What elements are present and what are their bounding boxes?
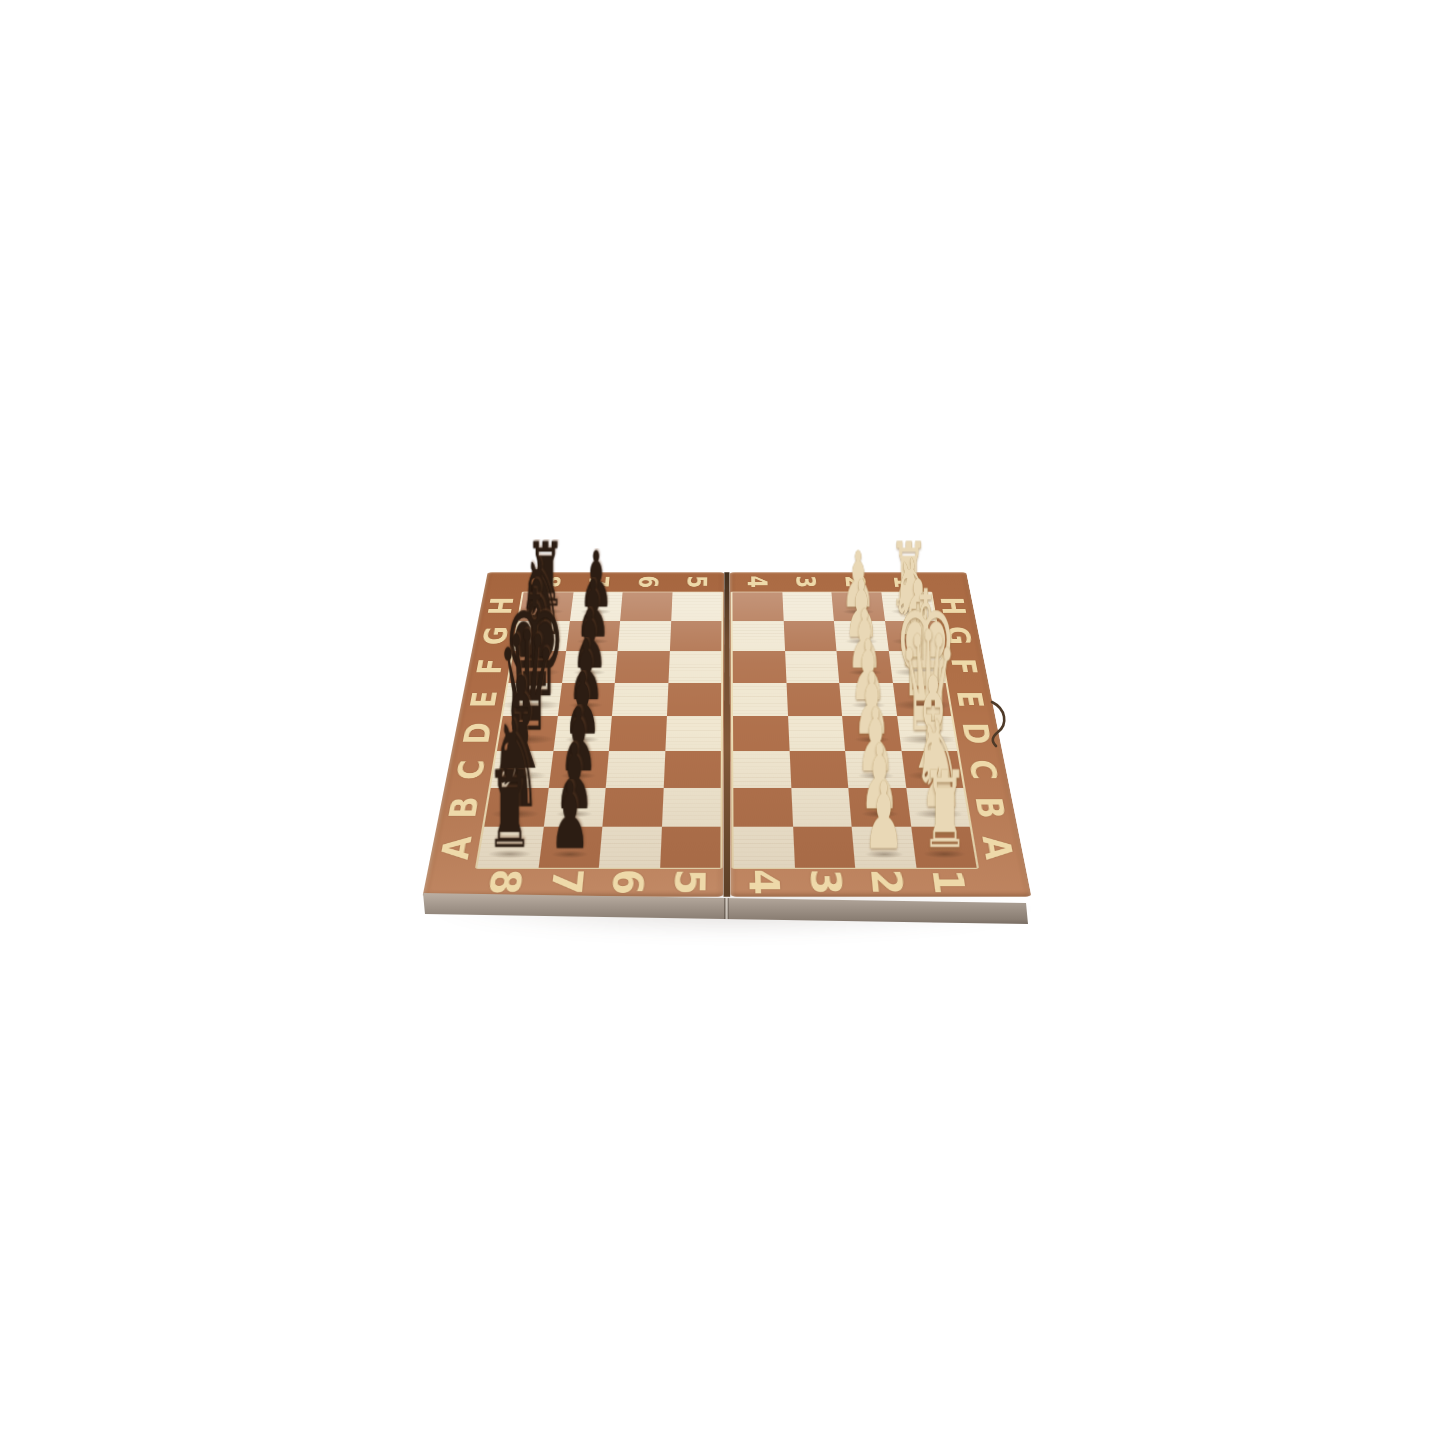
- black-rook-glyph: ♜: [478, 768, 542, 855]
- square-f4: [733, 651, 786, 683]
- square-h5: [671, 592, 722, 621]
- square-h7: [569, 592, 622, 621]
- square-g3: [783, 621, 836, 651]
- rank-label-top-3: 3: [792, 576, 820, 588]
- product-photo: HGFEDCBA 8765 8765 HGFEDCBA 4321 4321 ♜♞…: [0, 0, 1445, 1445]
- chessboard-scene: HGFEDCBA 8765 8765 HGFEDCBA 4321 4321 ♜♞…: [459, 395, 995, 1035]
- square-g4: [733, 621, 785, 651]
- rank-label-top-7: 7: [585, 576, 613, 588]
- white-pawn-glyph: ♟: [852, 779, 916, 855]
- square-h6: [620, 592, 672, 621]
- rank-label-top-6: 6: [634, 576, 662, 588]
- clasp-hook: [986, 700, 1012, 748]
- square-e3: [786, 683, 842, 716]
- square-e5: [666, 683, 721, 716]
- square-f5: [668, 651, 721, 683]
- square-f6: [615, 651, 670, 683]
- square-g7: [566, 621, 620, 651]
- square-g5: [669, 621, 721, 651]
- pieces-layer: ♜♞♝♛♚♝♞♜♟♟♟♟♟♟♟♟♟♟♟♟♟♟♟♟♜♞♝♛♚♝♞♜: [422, 572, 1031, 897]
- square-h4: [732, 592, 783, 621]
- rank-labels-top-left: 8765: [524, 572, 722, 591]
- square-g6: [618, 621, 671, 651]
- rank-label-top-8: 8: [535, 576, 564, 588]
- chessboard: HGFEDCBA 8765 8765 HGFEDCBA 4321 4321 ♜♞…: [422, 572, 1031, 897]
- white-rook-glyph: ♜: [913, 768, 977, 855]
- rank-labels-top-right: 4321: [732, 572, 930, 591]
- black-pawn-glyph: ♟: [538, 779, 602, 855]
- rank-label-top-1: 1: [890, 576, 919, 588]
- square-e4: [733, 683, 788, 716]
- square-e6: [612, 683, 668, 716]
- rank-label-top-5: 5: [683, 576, 710, 588]
- square-h3: [782, 592, 834, 621]
- square-h2: [831, 592, 884, 621]
- rank-label-top-4: 4: [743, 576, 770, 588]
- rank-label-top-2: 2: [841, 576, 869, 588]
- square-g2: [834, 621, 888, 651]
- square-f3: [785, 651, 840, 683]
